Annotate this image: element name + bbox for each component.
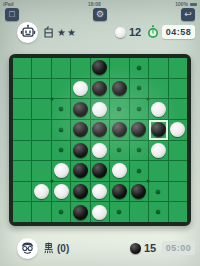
top-player-row: ★★ 12 04:58 bbox=[0, 21, 200, 43]
board-grid bbox=[13, 58, 187, 222]
gear-icon: ⚙ bbox=[96, 9, 104, 19]
board-cell-r3c6[interactable] bbox=[110, 99, 128, 119]
board-cell-r6c3[interactable] bbox=[52, 161, 70, 181]
board-cell-r5c8[interactable] bbox=[149, 141, 167, 161]
star-point bbox=[50, 180, 53, 183]
board-cell-r3c1[interactable] bbox=[13, 99, 31, 119]
black-disc bbox=[73, 102, 88, 117]
board-cell-r2c9[interactable] bbox=[169, 79, 187, 99]
board-cell-r8c8[interactable] bbox=[149, 202, 167, 222]
board-cell-r4c4[interactable] bbox=[71, 120, 89, 140]
white-disc bbox=[54, 184, 69, 199]
board-cell-r4c9[interactable] bbox=[169, 120, 187, 140]
board-cell-r5c6[interactable] bbox=[110, 141, 128, 161]
board-cell-r1c8[interactable] bbox=[149, 58, 167, 78]
board-cell-r6c9[interactable] bbox=[169, 161, 187, 181]
avatar bbox=[17, 22, 38, 43]
board-cell-r6c8[interactable] bbox=[149, 161, 167, 181]
legal-move-dot bbox=[59, 210, 63, 214]
board-cell-r2c1[interactable] bbox=[13, 79, 31, 99]
star-point bbox=[147, 180, 150, 183]
board-cell-r6c5[interactable] bbox=[91, 161, 109, 181]
bottom-player-name: (0) bbox=[43, 242, 69, 254]
board-cell-r3c7[interactable] bbox=[130, 99, 148, 119]
white-disc bbox=[34, 184, 49, 199]
board-cell-r7c2[interactable] bbox=[32, 182, 50, 202]
legal-move-dot bbox=[117, 107, 121, 111]
black-disc bbox=[73, 205, 88, 220]
board-cell-r3c4[interactable] bbox=[71, 99, 89, 119]
black-timer: 05:00 bbox=[162, 241, 195, 255]
white-disc bbox=[151, 143, 166, 158]
star-point bbox=[50, 98, 53, 101]
board-cell-r3c2[interactable] bbox=[32, 99, 50, 119]
black-score: 15 bbox=[144, 242, 158, 254]
board-cell-r4c5[interactable] bbox=[91, 120, 109, 140]
white-disc bbox=[92, 143, 107, 158]
white-disc bbox=[92, 205, 107, 220]
board-cell-r1c5[interactable] bbox=[91, 58, 109, 78]
legal-move-dot bbox=[137, 86, 141, 90]
undo-icon: ↩ bbox=[184, 9, 192, 19]
black-disc bbox=[112, 81, 127, 96]
black-disc bbox=[73, 143, 88, 158]
black-score-disc bbox=[130, 243, 141, 254]
legal-move-dot bbox=[137, 107, 141, 111]
board-cell-r1c7[interactable] bbox=[130, 58, 148, 78]
board-cell-r7c1[interactable] bbox=[13, 182, 31, 202]
board-cell-r8c9[interactable] bbox=[169, 202, 187, 222]
board-cell-r5c7[interactable] bbox=[130, 141, 148, 161]
battery-icon bbox=[190, 3, 197, 6]
board-cell-r5c4[interactable] bbox=[71, 141, 89, 161]
board-cell-r6c6[interactable] bbox=[110, 161, 128, 181]
board-cell-r2c3[interactable] bbox=[52, 79, 70, 99]
board-cell-r1c1[interactable] bbox=[13, 58, 31, 78]
black-disc bbox=[112, 122, 127, 137]
board-cell-r3c9[interactable] bbox=[169, 99, 187, 119]
board-cell-r4c1[interactable] bbox=[13, 120, 31, 140]
board-cell-r3c5[interactable] bbox=[91, 99, 109, 119]
white-disc bbox=[54, 163, 69, 178]
stopwatch-icon bbox=[147, 25, 159, 39]
board-cell-r5c2[interactable] bbox=[32, 141, 50, 161]
board-cell-r6c7[interactable] bbox=[130, 161, 148, 181]
board-cell-r4c6[interactable] bbox=[110, 120, 128, 140]
difficulty-stars: ★★ bbox=[57, 27, 77, 38]
board-cell-r8c5[interactable] bbox=[91, 202, 109, 222]
black-disc bbox=[92, 122, 107, 137]
black-disc bbox=[131, 184, 146, 199]
board-cell-r2c5[interactable] bbox=[91, 79, 109, 99]
legal-move-dot bbox=[59, 128, 63, 132]
white-disc bbox=[112, 163, 127, 178]
bottom-player-row: (0) 15 05:00 bbox=[0, 237, 200, 259]
black-kanji-icon bbox=[43, 242, 54, 254]
legal-move-dot bbox=[137, 169, 141, 173]
white-disc bbox=[92, 102, 107, 117]
star-point bbox=[147, 98, 150, 101]
home-icon: □ bbox=[9, 9, 14, 19]
white-disc bbox=[151, 102, 166, 117]
black-disc bbox=[112, 184, 127, 199]
board-cell-r5c1[interactable] bbox=[13, 141, 31, 161]
board-cell-r1c9[interactable] bbox=[169, 58, 187, 78]
board-cell-r3c3[interactable] bbox=[52, 99, 70, 119]
black-disc bbox=[73, 122, 88, 137]
legal-move-dot bbox=[156, 210, 160, 214]
white-disc bbox=[170, 122, 185, 137]
black-disc bbox=[151, 122, 166, 137]
app-screen: iPad 18:08 100% □ ⚙ ↩ bbox=[0, 0, 200, 266]
clock-text: 18:08 bbox=[88, 1, 101, 7]
black-disc bbox=[73, 184, 88, 199]
board-cell-r2c6[interactable] bbox=[110, 79, 128, 99]
board-cell-r1c2[interactable] bbox=[32, 58, 50, 78]
undo-button[interactable]: ↩ bbox=[181, 8, 195, 21]
board-cell-r4c8[interactable] bbox=[149, 120, 167, 140]
avatar bbox=[17, 238, 38, 259]
white-score-disc bbox=[115, 27, 126, 38]
board-cell-r7c5[interactable] bbox=[91, 182, 109, 202]
board-cell-r7c7[interactable] bbox=[130, 182, 148, 202]
legal-move-dot bbox=[59, 107, 63, 111]
board-cell-r1c3[interactable] bbox=[52, 58, 70, 78]
legal-move-dot bbox=[156, 190, 160, 194]
legal-move-dot bbox=[137, 148, 141, 152]
board-cell-r7c8[interactable] bbox=[149, 182, 167, 202]
board-cell-r6c1[interactable] bbox=[13, 161, 31, 181]
board-cell-r1c4[interactable] bbox=[71, 58, 89, 78]
board-cell-r3c8[interactable] bbox=[149, 99, 167, 119]
board-cell-r8c1[interactable] bbox=[13, 202, 31, 222]
top-player-name: ★★ bbox=[43, 26, 77, 38]
legal-move-dot bbox=[117, 210, 121, 214]
player-rating: (0) bbox=[57, 243, 69, 254]
robot-icon bbox=[20, 24, 36, 40]
board-cell-r7c6[interactable] bbox=[110, 182, 128, 202]
board-cell-r5c3[interactable] bbox=[52, 141, 70, 161]
settings-button[interactable]: ⚙ bbox=[93, 8, 107, 21]
legal-move-dot bbox=[137, 66, 141, 70]
board-cell-r4c7[interactable] bbox=[130, 120, 148, 140]
white-kanji-icon bbox=[43, 26, 54, 38]
board-cell-r4c2[interactable] bbox=[32, 120, 50, 140]
battery-text: 100% bbox=[175, 1, 188, 7]
board-cell-r5c9[interactable] bbox=[169, 141, 187, 161]
white-score: 12 bbox=[129, 26, 143, 38]
board-cell-r6c4[interactable] bbox=[71, 161, 89, 181]
legal-move-dot bbox=[117, 148, 121, 152]
black-disc bbox=[131, 122, 146, 137]
board-cell-r7c4[interactable] bbox=[71, 182, 89, 202]
black-disc bbox=[92, 163, 107, 178]
white-disc bbox=[92, 184, 107, 199]
face-icon bbox=[19, 240, 36, 257]
home-button[interactable]: □ bbox=[5, 8, 19, 21]
othello-board bbox=[9, 54, 191, 226]
board-cell-r2c4[interactable] bbox=[71, 79, 89, 99]
board-cell-r7c9[interactable] bbox=[169, 182, 187, 202]
board-cell-r8c6[interactable] bbox=[110, 202, 128, 222]
legal-move-dot bbox=[59, 148, 63, 152]
board-cell-r7c3[interactable] bbox=[52, 182, 70, 202]
board-cell-r5c5[interactable] bbox=[91, 141, 109, 161]
board-cell-r8c3[interactable] bbox=[52, 202, 70, 222]
board-cell-r2c7[interactable] bbox=[130, 79, 148, 99]
black-disc bbox=[92, 60, 107, 75]
black-disc bbox=[92, 81, 107, 96]
board-cell-r1c6[interactable] bbox=[110, 58, 128, 78]
board-cell-r8c2[interactable] bbox=[32, 202, 50, 222]
white-timer: 04:58 bbox=[162, 25, 195, 39]
status-bar: iPad 18:08 100% bbox=[0, 0, 200, 8]
black-disc bbox=[73, 163, 88, 178]
board-cell-r2c8[interactable] bbox=[149, 79, 167, 99]
board-cell-r6c2[interactable] bbox=[32, 161, 50, 181]
board-cell-r8c4[interactable] bbox=[71, 202, 89, 222]
board-cell-r8c7[interactable] bbox=[130, 202, 148, 222]
board-cell-r4c3[interactable] bbox=[52, 120, 70, 140]
board-cell-r2c2[interactable] bbox=[32, 79, 50, 99]
white-disc bbox=[73, 81, 88, 96]
carrier-text: iPad bbox=[3, 1, 14, 7]
